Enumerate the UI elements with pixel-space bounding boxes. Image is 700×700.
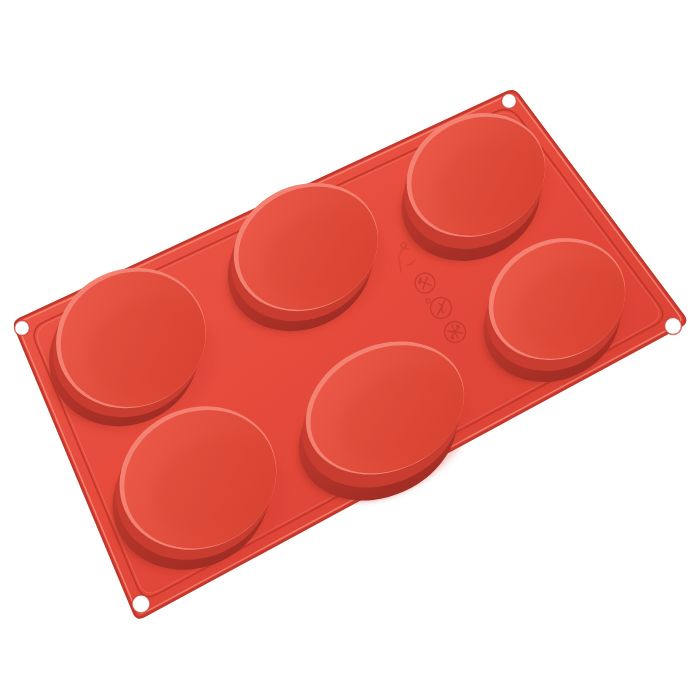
fork-tine-dot — [420, 278, 422, 280]
silicone-mold-photo — [0, 0, 700, 700]
fork-tine-dot — [418, 282, 420, 284]
product-photo — [0, 0, 700, 700]
